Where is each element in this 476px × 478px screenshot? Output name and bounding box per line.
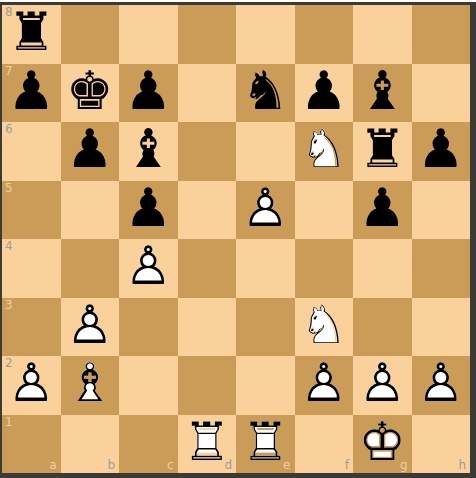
white-piece-outline: ♙ — [300, 357, 348, 410]
square-e5[interactable]: ♟♙ — [236, 181, 295, 240]
black-bishop-icon[interactable]: ♝ — [353, 64, 412, 123]
white-piece-outline: ♙ — [124, 240, 172, 293]
square-c7[interactable]: ♟ — [119, 64, 178, 123]
square-g7[interactable]: ♝ — [353, 64, 412, 123]
black-pawn-icon[interactable]: ♟ — [353, 181, 412, 240]
square-d8[interactable] — [178, 5, 237, 64]
square-f6[interactable]: ♞♘ — [295, 122, 354, 181]
white-knight-icon[interactable]: ♞♘ — [295, 298, 354, 357]
white-piece-outline: ♙ — [66, 298, 114, 351]
square-h1[interactable]: h — [412, 415, 471, 474]
square-d5[interactable] — [178, 181, 237, 240]
square-g3[interactable] — [353, 298, 412, 357]
square-a3[interactable]: 3 — [2, 298, 61, 357]
square-a2[interactable]: 2♟♙ — [2, 356, 61, 415]
square-g8[interactable] — [353, 5, 412, 64]
square-b4[interactable] — [61, 239, 120, 298]
black-piece-fill: ♚ — [66, 64, 114, 117]
square-g5[interactable]: ♟ — [353, 181, 412, 240]
white-pawn-icon[interactable]: ♟♙ — [236, 181, 295, 240]
black-king-icon[interactable]: ♚ — [61, 64, 120, 123]
white-piece-outline: ♘ — [300, 123, 348, 176]
square-g6[interactable]: ♜ — [353, 122, 412, 181]
white-pawn-icon[interactable]: ♟♙ — [2, 356, 61, 415]
white-piece-outline: ♔ — [358, 415, 406, 468]
square-f2[interactable]: ♟♙ — [295, 356, 354, 415]
square-c5[interactable]: ♟ — [119, 181, 178, 240]
square-b2[interactable]: ♝♗ — [61, 356, 120, 415]
square-c4[interactable]: ♟♙ — [119, 239, 178, 298]
square-f7[interactable]: ♟ — [295, 64, 354, 123]
square-b1[interactable]: b — [61, 415, 120, 474]
white-king-icon[interactable]: ♚♔ — [353, 415, 412, 474]
square-a7[interactable]: 7♟ — [2, 64, 61, 123]
rank-label-6: 6 — [5, 123, 13, 135]
white-piece-outline: ♙ — [358, 357, 406, 410]
rank-label-1: 1 — [5, 416, 13, 428]
black-bishop-icon[interactable]: ♝ — [119, 122, 178, 181]
black-piece-fill: ♟ — [7, 64, 55, 117]
white-rook-icon[interactable]: ♜♖ — [178, 415, 237, 474]
square-c8[interactable] — [119, 5, 178, 64]
white-piece-outline: ♖ — [241, 415, 289, 468]
white-pawn-icon[interactable]: ♟♙ — [119, 239, 178, 298]
black-pawn-icon[interactable]: ♟ — [412, 122, 471, 181]
white-pawn-icon[interactable]: ♟♙ — [61, 298, 120, 357]
square-d1[interactable]: d♜♖ — [178, 415, 237, 474]
rank-label-3: 3 — [5, 299, 13, 311]
black-piece-fill: ♞ — [241, 64, 289, 117]
square-g2[interactable]: ♟♙ — [353, 356, 412, 415]
white-piece-outline: ♙ — [241, 181, 289, 234]
square-b8[interactable] — [61, 5, 120, 64]
file-label-c: c — [167, 459, 174, 471]
black-pawn-icon[interactable]: ♟ — [2, 64, 61, 123]
square-d7[interactable] — [178, 64, 237, 123]
square-d6[interactable] — [178, 122, 237, 181]
square-c6[interactable]: ♝ — [119, 122, 178, 181]
file-label-h: h — [458, 459, 466, 471]
square-h4[interactable] — [412, 239, 471, 298]
black-piece-fill: ♝ — [124, 123, 172, 176]
white-knight-icon[interactable]: ♞♘ — [295, 122, 354, 181]
square-b3[interactable]: ♟♙ — [61, 298, 120, 357]
square-a1[interactable]: 1a — [2, 415, 61, 474]
square-e6[interactable] — [236, 122, 295, 181]
square-g4[interactable] — [353, 239, 412, 298]
black-knight-icon[interactable]: ♞ — [236, 64, 295, 123]
board-frame: 8♜7♟♚♟♞♟♝6♟♝♞♘♜♟5♟♟♙♟4♟♙3♟♙♞♘2♟♙♝♗♟♙♟♙♟♙… — [0, 2, 476, 478]
rank-label-4: 4 — [5, 240, 13, 252]
square-a8[interactable]: 8♜ — [2, 5, 61, 64]
square-e1[interactable]: e♜♖ — [236, 415, 295, 474]
square-e4[interactable] — [236, 239, 295, 298]
square-f8[interactable] — [295, 5, 354, 64]
square-c2[interactable] — [119, 356, 178, 415]
square-h7[interactable] — [412, 64, 471, 123]
black-pawn-icon[interactable]: ♟ — [119, 64, 178, 123]
black-piece-fill: ♜ — [358, 123, 406, 176]
black-piece-fill: ♟ — [66, 123, 114, 176]
square-a5[interactable]: 5 — [2, 181, 61, 240]
rank-label-5: 5 — [5, 182, 13, 194]
square-a6[interactable]: 6 — [2, 122, 61, 181]
file-label-a: a — [49, 459, 56, 471]
white-piece-outline: ♖ — [183, 415, 231, 468]
square-e7[interactable]: ♞ — [236, 64, 295, 123]
white-piece-outline: ♘ — [300, 298, 348, 351]
white-piece-outline: ♙ — [417, 357, 465, 410]
white-pawn-icon[interactable]: ♟♙ — [353, 356, 412, 415]
square-f5[interactable] — [295, 181, 354, 240]
black-piece-fill: ♟ — [124, 64, 172, 117]
square-a4[interactable]: 4 — [2, 239, 61, 298]
square-h3[interactable] — [412, 298, 471, 357]
file-label-b: b — [107, 459, 115, 471]
square-e8[interactable] — [236, 5, 295, 64]
black-piece-fill: ♟ — [300, 64, 348, 117]
black-rook-icon[interactable]: ♜ — [2, 5, 61, 64]
square-h6[interactable]: ♟ — [412, 122, 471, 181]
black-piece-fill: ♟ — [124, 181, 172, 234]
square-b5[interactable] — [61, 181, 120, 240]
square-c1[interactable]: c — [119, 415, 178, 474]
black-pawn-icon[interactable]: ♟ — [61, 122, 120, 181]
square-f3[interactable]: ♞♘ — [295, 298, 354, 357]
square-b6[interactable]: ♟ — [61, 122, 120, 181]
square-h5[interactable] — [412, 181, 471, 240]
square-g1[interactable]: g♚♔ — [353, 415, 412, 474]
white-pawn-icon[interactable]: ♟♙ — [295, 356, 354, 415]
white-bishop-icon[interactable]: ♝♗ — [61, 356, 120, 415]
black-piece-fill: ♟ — [417, 123, 465, 176]
square-f4[interactable] — [295, 239, 354, 298]
square-d3[interactable] — [178, 298, 237, 357]
white-piece-outline: ♗ — [66, 357, 114, 410]
square-h8[interactable] — [412, 5, 471, 64]
black-piece-fill: ♜ — [7, 6, 55, 59]
square-h2[interactable]: ♟♙ — [412, 356, 471, 415]
square-b7[interactable]: ♚ — [61, 64, 120, 123]
white-piece-outline: ♙ — [7, 357, 55, 410]
black-pawn-icon[interactable]: ♟ — [295, 64, 354, 123]
chess-board: 8♜7♟♚♟♞♟♝6♟♝♞♘♜♟5♟♟♙♟4♟♙3♟♙♞♘2♟♙♝♗♟♙♟♙♟♙… — [2, 5, 470, 473]
square-e3[interactable] — [236, 298, 295, 357]
white-rook-icon[interactable]: ♜♖ — [236, 415, 295, 474]
white-pawn-icon[interactable]: ♟♙ — [412, 356, 471, 415]
square-d4[interactable] — [178, 239, 237, 298]
black-pawn-icon[interactable]: ♟ — [119, 181, 178, 240]
black-rook-icon[interactable]: ♜ — [353, 122, 412, 181]
square-c3[interactable] — [119, 298, 178, 357]
black-piece-fill: ♝ — [358, 64, 406, 117]
square-f1[interactable]: f — [295, 415, 354, 474]
black-piece-fill: ♟ — [358, 181, 406, 234]
chess-board-screenshot: 8♜7♟♚♟♞♟♝6♟♝♞♘♜♟5♟♟♙♟4♟♙3♟♙♞♘2♟♙♝♗♟♙♟♙♟♙… — [0, 0, 476, 478]
file-label-f: f — [345, 459, 349, 471]
square-e2[interactable] — [236, 356, 295, 415]
square-d2[interactable] — [178, 356, 237, 415]
